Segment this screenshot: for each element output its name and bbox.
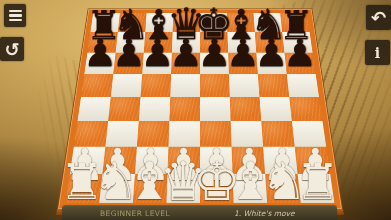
square-e5[interactable] — [200, 74, 230, 97]
square-c4[interactable] — [139, 97, 170, 121]
square-g4[interactable] — [260, 97, 292, 121]
square-a5[interactable] — [81, 74, 113, 97]
square-d5[interactable] — [170, 74, 200, 97]
square-f5[interactable] — [229, 74, 260, 97]
piece-black-pawn-h7[interactable]: ♟ — [281, 34, 319, 72]
square-e4[interactable] — [200, 97, 231, 121]
piece-white-rook-h1[interactable]: ♜ — [293, 158, 343, 208]
info-icon: i — [375, 45, 380, 61]
undo-button[interactable]: ↶ — [366, 5, 391, 30]
square-b4[interactable] — [108, 97, 140, 121]
menu-button[interactable] — [4, 4, 26, 27]
info-button[interactable]: i — [365, 40, 390, 65]
rotate-board-button[interactable]: ↺ — [0, 37, 24, 61]
square-d4[interactable] — [169, 97, 200, 121]
app-window: ♜♞♝♛♚♝♞♜♟♟♟♟♟♟♟♟♟♟♟♟♟♟♟♟♜♞♝♛♚♝♞♜ ↺ ↶ i B… — [0, 0, 391, 220]
square-b5[interactable] — [111, 74, 142, 97]
hamburger-icon — [9, 10, 22, 12]
square-a4[interactable] — [78, 97, 111, 121]
square-f4[interactable] — [230, 97, 261, 121]
status-bar: BEGINNER LEVEL 1. White's move — [62, 206, 337, 220]
undo-icon: ↶ — [371, 7, 386, 28]
square-c5[interactable] — [141, 74, 172, 97]
square-h4[interactable] — [289, 97, 322, 121]
square-h5[interactable] — [287, 74, 319, 97]
square-g5[interactable] — [258, 74, 289, 97]
rotate-icon: ↺ — [4, 39, 19, 60]
level-label: BEGINNER LEVEL — [100, 209, 170, 218]
move-indicator: 1. White's move — [234, 209, 295, 218]
